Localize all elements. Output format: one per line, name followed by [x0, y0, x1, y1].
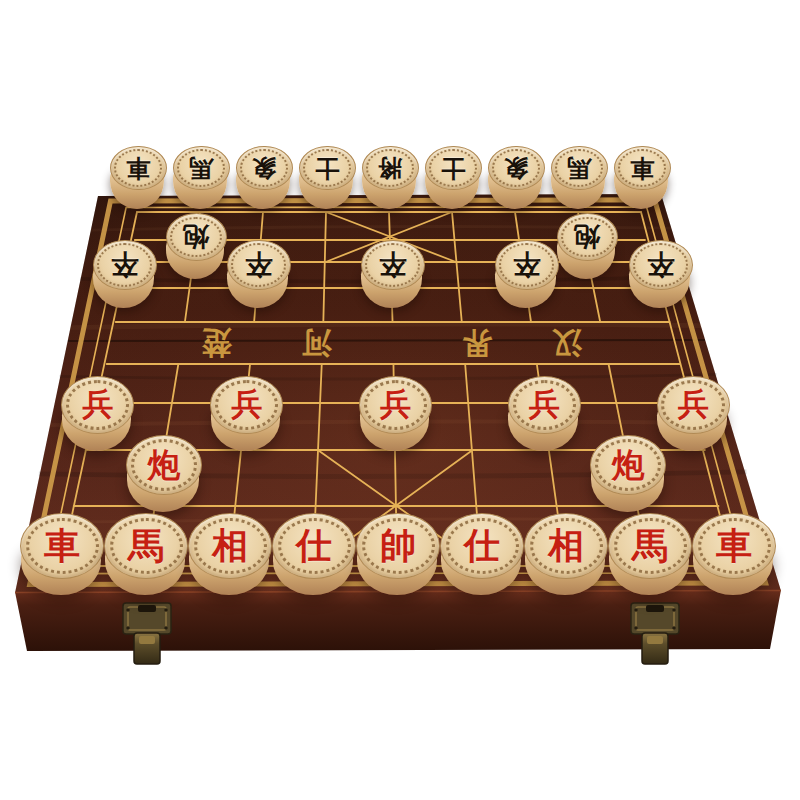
piece-character: 車 [126, 156, 150, 180]
piece-black-advisor[interactable]: 士 [299, 146, 354, 209]
piece-character: 兵 [678, 389, 709, 420]
piece-character: 士 [441, 156, 465, 180]
piece-character: 炮 [574, 224, 600, 250]
piece-character: 相 [548, 528, 584, 564]
piece-character: 象 [252, 156, 276, 180]
piece-character: 馬 [567, 156, 591, 180]
piece-character: 炮 [183, 224, 209, 250]
piece-face: 將 [362, 146, 419, 191]
piece-character: 卒 [111, 251, 138, 278]
piece-red-advisor[interactable]: 仕 [272, 513, 354, 595]
piece-character: 兵 [529, 389, 560, 420]
piece-character: 卒 [379, 251, 406, 278]
piece-black-horse[interactable]: 馬 [551, 146, 606, 209]
river-label-chu: 楚 [202, 328, 232, 358]
river-label-he: 河 [302, 328, 332, 358]
piece-character: 車 [44, 528, 80, 564]
piece-character: 仕 [464, 528, 500, 564]
river-label-han: 汉 [552, 328, 582, 358]
piece-red-soldier[interactable]: 兵 [210, 376, 281, 451]
piece-face: 炮 [126, 435, 202, 495]
piece-face: 炮 [590, 435, 666, 495]
piece-character: 卒 [647, 251, 674, 278]
piece-black-soldier[interactable]: 卒 [93, 240, 155, 308]
piece-character: 卒 [245, 251, 272, 278]
piece-face: 炮 [166, 213, 227, 261]
piece-face: 車 [692, 513, 776, 579]
piece-face: 卒 [495, 240, 559, 290]
piece-face: 卒 [361, 240, 425, 290]
piece-black-chariot[interactable]: 車 [110, 146, 165, 209]
piece-black-advisor[interactable]: 士 [425, 146, 480, 209]
piece-character: 馬 [189, 156, 213, 180]
piece-face: 卒 [227, 240, 291, 290]
piece-face: 仕 [272, 513, 356, 579]
piece-face: 帥 [356, 513, 440, 579]
piece-character: 炮 [148, 449, 181, 482]
piece-red-cannon[interactable]: 炮 [590, 435, 664, 512]
piece-black-soldier[interactable]: 卒 [495, 240, 557, 308]
piece-black-soldier[interactable]: 卒 [361, 240, 423, 308]
piece-face: 仕 [440, 513, 524, 579]
piece-face: 相 [188, 513, 272, 579]
piece-character: 兵 [231, 389, 262, 420]
piece-character: 仕 [296, 528, 332, 564]
piece-face: 馬 [551, 146, 608, 191]
piece-face: 士 [299, 146, 356, 191]
river-label-jie: 界 [462, 328, 492, 358]
piece-face: 兵 [61, 376, 134, 433]
fold-seam [68, 340, 705, 341]
piece-black-soldier[interactable]: 卒 [629, 240, 691, 308]
piece-red-general[interactable]: 帥 [356, 513, 438, 595]
piece-red-horse[interactable]: 馬 [104, 513, 186, 595]
piece-red-soldier[interactable]: 兵 [61, 376, 132, 451]
piece-red-soldier[interactable]: 兵 [359, 376, 430, 451]
piece-red-advisor[interactable]: 仕 [440, 513, 522, 595]
piece-character: 士 [315, 156, 339, 180]
piece-red-soldier[interactable]: 兵 [657, 376, 728, 451]
piece-character: 相 [212, 528, 248, 564]
piece-face: 炮 [557, 213, 618, 261]
piece-character: 車 [630, 156, 654, 180]
piece-face: 兵 [210, 376, 283, 433]
piece-character: 車 [716, 528, 752, 564]
piece-face: 象 [236, 146, 293, 191]
brass-clasp [631, 603, 679, 664]
piece-face: 相 [524, 513, 608, 579]
piece-character: 將 [378, 156, 402, 180]
piece-red-horse[interactable]: 馬 [608, 513, 690, 595]
piece-face: 馬 [173, 146, 230, 191]
piece-red-cannon[interactable]: 炮 [126, 435, 200, 512]
piece-black-elephant[interactable]: 象 [488, 146, 543, 209]
piece-character: 馬 [128, 528, 164, 564]
piece-face: 兵 [359, 376, 432, 433]
piece-red-elephant[interactable]: 相 [524, 513, 606, 595]
piece-red-chariot[interactable]: 車 [692, 513, 774, 595]
piece-black-cannon[interactable]: 炮 [166, 213, 225, 279]
piece-character: 炮 [612, 449, 645, 482]
xiangqi-set-photo: 楚 河 界 汉 車馬象士將士象馬車炮炮卒卒卒卒卒兵兵兵兵兵炮炮車馬相仕帥仕相馬車 [0, 0, 800, 800]
piece-face: 車 [20, 513, 104, 579]
piece-red-elephant[interactable]: 相 [188, 513, 270, 595]
brass-clasp [123, 603, 171, 664]
piece-face: 兵 [508, 376, 581, 433]
piece-black-general[interactable]: 將 [362, 146, 417, 209]
piece-black-chariot[interactable]: 車 [614, 146, 669, 209]
piece-character: 兵 [82, 389, 113, 420]
piece-black-soldier[interactable]: 卒 [227, 240, 289, 308]
piece-face: 車 [614, 146, 671, 191]
piece-red-soldier[interactable]: 兵 [508, 376, 579, 451]
piece-black-cannon[interactable]: 炮 [557, 213, 616, 279]
piece-face: 卒 [629, 240, 693, 290]
piece-character: 帥 [380, 528, 416, 564]
piece-red-chariot[interactable]: 車 [20, 513, 102, 595]
piece-character: 馬 [632, 528, 668, 564]
piece-face: 卒 [93, 240, 157, 290]
piece-character: 象 [504, 156, 528, 180]
piece-character: 卒 [513, 251, 540, 278]
piece-face: 士 [425, 146, 482, 191]
piece-character: 兵 [380, 389, 411, 420]
piece-face: 馬 [104, 513, 188, 579]
piece-black-elephant[interactable]: 象 [236, 146, 291, 209]
piece-face: 兵 [657, 376, 730, 433]
piece-black-horse[interactable]: 馬 [173, 146, 228, 209]
piece-face: 馬 [608, 513, 692, 579]
piece-face: 車 [110, 146, 167, 191]
piece-face: 象 [488, 146, 545, 191]
